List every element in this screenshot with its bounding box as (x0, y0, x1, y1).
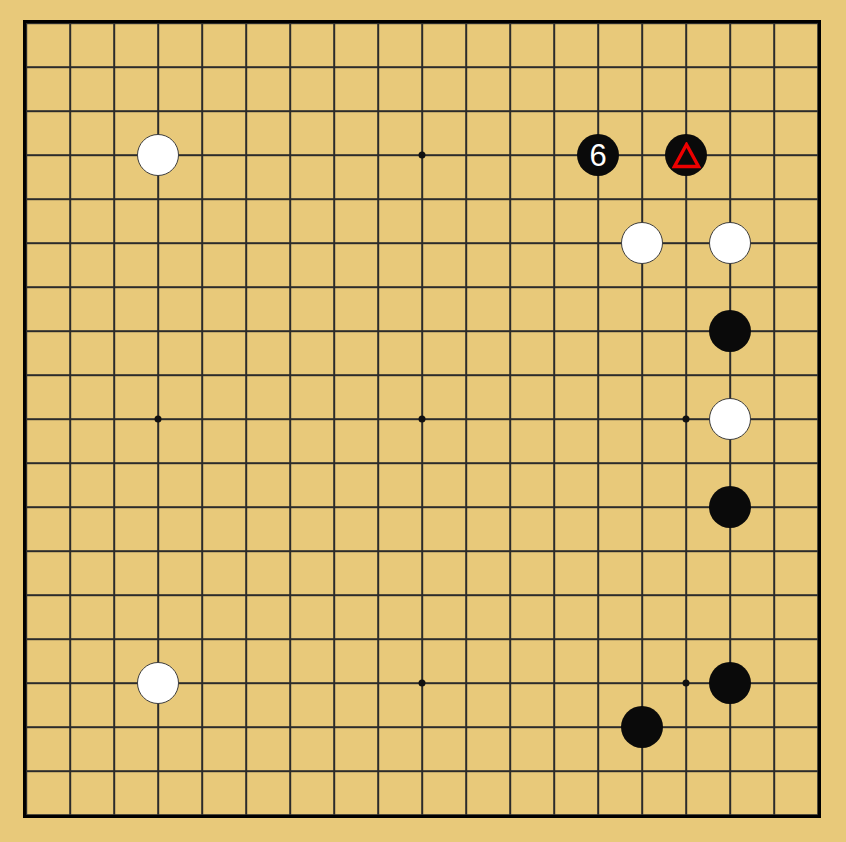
go-board[interactable]: 6 (23, 20, 821, 818)
stone-black-R8 (709, 486, 751, 528)
star-point (419, 416, 426, 423)
stone-black-R12 (709, 310, 751, 352)
stone-white-D4 (137, 662, 179, 704)
stone-white-R10 (709, 398, 751, 440)
move-number-label: 6 (589, 140, 606, 171)
star-point (419, 680, 426, 687)
stone-black-O16: 6 (577, 134, 619, 176)
stone-black-Q16 (665, 134, 707, 176)
star-point (683, 416, 690, 423)
stone-black-R4 (709, 662, 751, 704)
stone-white-R14 (709, 222, 751, 264)
stone-white-P14 (621, 222, 663, 264)
star-point (683, 680, 690, 687)
stone-white-D16 (137, 134, 179, 176)
star-point (155, 416, 162, 423)
triangle-marker-icon (672, 142, 701, 169)
star-point (419, 152, 426, 159)
stone-black-P3 (621, 706, 663, 748)
